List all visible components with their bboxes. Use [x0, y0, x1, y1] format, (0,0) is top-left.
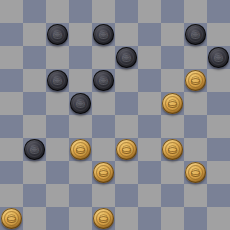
board-square[interactable]: [207, 0, 230, 23]
board-square: [161, 69, 184, 92]
black-man-glyph: ⛂: [29, 144, 39, 156]
board-square[interactable]: [184, 115, 207, 138]
white-man-glyph: ⛀: [190, 75, 200, 87]
board-square: [161, 23, 184, 46]
board-square: [184, 92, 207, 115]
board-square[interactable]: [207, 92, 230, 115]
board-square[interactable]: [161, 46, 184, 69]
board-square: [184, 138, 207, 161]
black-man-piece[interactable]: ⛂: [116, 47, 137, 68]
board-square: [115, 115, 138, 138]
board-square[interactable]: [69, 46, 92, 69]
board-square[interactable]: [69, 184, 92, 207]
white-man-piece[interactable]: ⛀: [185, 70, 206, 91]
board-square: [46, 184, 69, 207]
board-square: [23, 23, 46, 46]
board-square: [0, 92, 23, 115]
board-square[interactable]: [115, 92, 138, 115]
board-square[interactable]: ⛂: [184, 23, 207, 46]
board-square[interactable]: ⛂: [23, 138, 46, 161]
draughts-board: ⛂⛂⛂⛂⛂⛂⛂⛀⛂⛀⛂⛀⛀⛀⛀⛀⛀⛀: [0, 0, 230, 230]
board-square[interactable]: [207, 138, 230, 161]
white-man-piece[interactable]: ⛀: [93, 162, 114, 183]
board-square[interactable]: [23, 184, 46, 207]
board-square[interactable]: [138, 69, 161, 92]
black-man-piece[interactable]: ⛂: [208, 47, 229, 68]
black-man-piece[interactable]: ⛂: [70, 93, 91, 114]
white-man-glyph: ⛀: [6, 213, 16, 225]
black-man-glyph: ⛂: [98, 29, 108, 41]
board-square[interactable]: [0, 161, 23, 184]
board-square[interactable]: ⛀: [0, 207, 23, 230]
board-square: [207, 207, 230, 230]
white-man-glyph: ⛀: [75, 144, 85, 156]
board-square[interactable]: [92, 115, 115, 138]
board-square: [0, 184, 23, 207]
board-square: [46, 46, 69, 69]
board-square[interactable]: [161, 0, 184, 23]
board-square: [115, 161, 138, 184]
black-man-glyph: ⛂: [52, 29, 62, 41]
board-square[interactable]: ⛂: [115, 46, 138, 69]
board-square: [0, 138, 23, 161]
board-square: [92, 92, 115, 115]
board-square: [207, 161, 230, 184]
board-square: [138, 184, 161, 207]
board-square: [207, 69, 230, 92]
board-square: [184, 0, 207, 23]
white-man-glyph: ⛀: [98, 167, 108, 179]
board-square[interactable]: ⛀: [161, 92, 184, 115]
white-man-piece[interactable]: ⛀: [185, 162, 206, 183]
black-man-glyph: ⛂: [213, 52, 223, 64]
board-square: [184, 46, 207, 69]
board-square: [184, 184, 207, 207]
board-square: [92, 46, 115, 69]
board-square[interactable]: ⛀: [92, 207, 115, 230]
board-square: [69, 207, 92, 230]
board-square[interactable]: ⛀: [184, 161, 207, 184]
board-square[interactable]: [138, 207, 161, 230]
board-square[interactable]: [115, 184, 138, 207]
board-square[interactable]: [161, 184, 184, 207]
board-square[interactable]: ⛂: [46, 69, 69, 92]
black-man-piece[interactable]: ⛂: [47, 70, 68, 91]
board-square: [23, 207, 46, 230]
board-square: [69, 69, 92, 92]
board-square: [138, 46, 161, 69]
board-square[interactable]: [46, 207, 69, 230]
board-square: [69, 161, 92, 184]
board-square: [46, 92, 69, 115]
white-man-piece[interactable]: ⛀: [70, 139, 91, 160]
black-man-glyph: ⛂: [190, 29, 200, 41]
board-square: [161, 207, 184, 230]
board-square[interactable]: ⛂: [46, 23, 69, 46]
board-square: [46, 0, 69, 23]
board-square[interactable]: ⛀: [69, 138, 92, 161]
board-square[interactable]: [23, 46, 46, 69]
board-square: [92, 138, 115, 161]
board-square[interactable]: [46, 161, 69, 184]
board-square[interactable]: ⛂: [92, 23, 115, 46]
black-man-piece[interactable]: ⛂: [93, 24, 114, 45]
board-square: [92, 184, 115, 207]
board-square: [69, 23, 92, 46]
board-square[interactable]: ⛀: [161, 138, 184, 161]
board-square[interactable]: [184, 207, 207, 230]
board-square[interactable]: [23, 0, 46, 23]
board-square: [207, 23, 230, 46]
white-man-piece[interactable]: ⛀: [116, 139, 137, 160]
board-square[interactable]: [0, 23, 23, 46]
black-man-piece[interactable]: ⛂: [47, 24, 68, 45]
board-square: [138, 0, 161, 23]
black-man-piece[interactable]: ⛂: [93, 70, 114, 91]
white-man-piece[interactable]: ⛀: [1, 208, 22, 229]
board-square[interactable]: ⛀: [184, 69, 207, 92]
board-square[interactable]: ⛂: [69, 92, 92, 115]
board-square: [69, 115, 92, 138]
white-man-glyph: ⛀: [167, 98, 177, 110]
board-square[interactable]: ⛀: [115, 138, 138, 161]
board-square: [0, 46, 23, 69]
board-square: [138, 138, 161, 161]
board-square: [92, 0, 115, 23]
black-man-glyph: ⛂: [121, 52, 131, 64]
white-man-piece[interactable]: ⛀: [93, 208, 114, 229]
board-square[interactable]: [138, 115, 161, 138]
board-square[interactable]: [138, 161, 161, 184]
board-square: [138, 92, 161, 115]
white-man-glyph: ⛀: [190, 167, 200, 179]
board-square[interactable]: [115, 0, 138, 23]
board-square[interactable]: ⛂: [92, 69, 115, 92]
board-square[interactable]: ⛂: [207, 46, 230, 69]
board-square[interactable]: [0, 115, 23, 138]
board-square[interactable]: [0, 69, 23, 92]
board-square: [23, 115, 46, 138]
board-square: [207, 115, 230, 138]
board-square[interactable]: [23, 92, 46, 115]
board-square: [115, 23, 138, 46]
board-square[interactable]: ⛀: [92, 161, 115, 184]
white-man-piece[interactable]: ⛀: [162, 139, 183, 160]
board-square: [115, 207, 138, 230]
white-man-glyph: ⛀: [98, 213, 108, 225]
board-square: [46, 138, 69, 161]
black-man-glyph: ⛂: [52, 75, 62, 87]
board-square[interactable]: [69, 0, 92, 23]
white-man-glyph: ⛀: [167, 144, 177, 156]
board-square: [161, 161, 184, 184]
white-man-glyph: ⛀: [121, 144, 131, 156]
board-square: [161, 115, 184, 138]
black-man-piece[interactable]: ⛂: [185, 24, 206, 45]
black-man-piece[interactable]: ⛂: [24, 139, 45, 160]
black-man-glyph: ⛂: [98, 75, 108, 87]
board-square: [115, 69, 138, 92]
board-square: [0, 0, 23, 23]
board-square: [23, 69, 46, 92]
black-man-glyph: ⛂: [75, 98, 85, 110]
board-square[interactable]: [138, 23, 161, 46]
board-square: [23, 161, 46, 184]
white-man-piece[interactable]: ⛀: [162, 93, 183, 114]
board-square[interactable]: [46, 115, 69, 138]
board-square[interactable]: [207, 184, 230, 207]
